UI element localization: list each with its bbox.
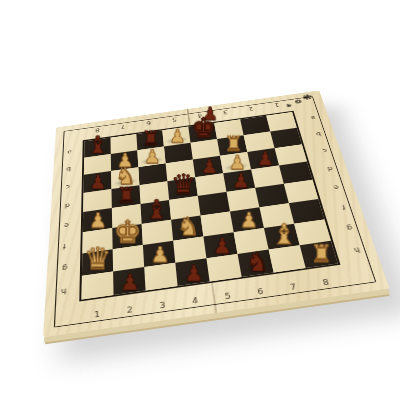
piece-glyph: ♟ (200, 157, 217, 176)
rank-label-left-d: d (65, 202, 70, 208)
file-label-bottom-7: 7 (290, 284, 297, 292)
file-label-top-6: 6 (146, 120, 151, 125)
file-label-bottom-3: 3 (159, 302, 165, 310)
file-label-top-3: 3 (222, 109, 227, 114)
piece-glyph: ♞ (177, 214, 200, 239)
file-label-bottom-4: 4 (192, 298, 199, 306)
file-label-top-7: 7 (120, 124, 125, 129)
rank-label-left-c: c (66, 183, 70, 189)
dark-king[interactable]: ♚ (188, 123, 217, 143)
square-h1[interactable] (82, 271, 114, 299)
square-d2[interactable]: ♜ (111, 185, 140, 208)
piece-glyph: ♞ (245, 249, 269, 276)
file-label-bottom-6: 6 (257, 289, 264, 297)
piece-glyph: ♟ (89, 172, 106, 191)
rank-label-right-d: d (326, 165, 333, 171)
file-label-top-2: 2 (248, 106, 253, 111)
square-h4[interactable]: ♟ (175, 258, 209, 286)
dark-queen[interactable]: ♛ (167, 177, 198, 200)
piece-glyph: ♟ (143, 147, 160, 166)
product-photo-scene: ❃ ❁ ✾ ♝♜♟♚♟♟♜♟♞♟♟♟♜♛♟♟♝♚♞♟♛♟♟♝♟♟♞♜ aabbc… (0, 0, 400, 400)
rank-label-right-h: h (353, 245, 361, 252)
piece-glyph: ♟ (239, 210, 258, 231)
flower-icon: ✾ (285, 104, 292, 109)
dark-pawn[interactable]: ♟ (193, 156, 223, 178)
square-h2[interactable]: ♟ (113, 267, 145, 295)
piece-glyph: ♜ (310, 242, 332, 266)
rank-label-left-g: g (62, 263, 68, 270)
rank-label-left-f: f (63, 242, 66, 248)
file-label-top-1: 1 (273, 102, 279, 107)
flower-icon: ❃ (302, 94, 312, 101)
square-c3[interactable] (138, 163, 167, 185)
piece-glyph: ♟ (232, 171, 250, 191)
dark-pawn[interactable]: ♟ (223, 169, 255, 191)
square-a5[interactable]: ♚ (188, 123, 217, 143)
piece-glyph: ♚ (114, 216, 142, 248)
rank-label-left-a: a (67, 149, 72, 154)
rank-label-right-a: a (310, 115, 316, 120)
square-d6[interactable]: ♟ (223, 169, 255, 191)
piece-glyph: ♜ (116, 185, 136, 207)
piece-glyph: ♟ (183, 262, 203, 284)
square-e5[interactable] (198, 192, 230, 216)
piece-glyph: ♟ (150, 244, 169, 266)
rank-label-left-h: h (61, 286, 67, 293)
rank-label-right-g: g (346, 224, 353, 231)
dark-knight[interactable]: ♞ (238, 250, 274, 277)
file-label-bottom-1: 1 (94, 312, 100, 320)
flower-icon: ❁ (293, 99, 303, 106)
piece-glyph: ♟ (212, 235, 231, 257)
board-grid: ♝♜♟♚♟♟♜♟♞♟♟♟♜♛♟♟♝♚♞♟♛♟♟♝♟♟♞♜ (79, 111, 340, 302)
piece-glyph: ♝ (271, 220, 296, 248)
square-h3[interactable] (144, 263, 177, 291)
square-d7[interactable] (251, 166, 284, 188)
floral-corner-ornament: ❃ ❁ ✾ (278, 93, 317, 111)
piece-glyph: ♟ (169, 127, 186, 145)
square-c5[interactable]: ♟ (193, 156, 223, 178)
file-label-bottom-2: 2 (127, 307, 133, 315)
piece-glyph: ♛ (84, 244, 111, 274)
dark-rook[interactable]: ♜ (111, 185, 140, 208)
piece-glyph: ♟ (256, 149, 273, 168)
rank-label-right-f: f (341, 203, 346, 209)
square-h8[interactable]: ♜ (300, 241, 338, 268)
square-d8[interactable] (279, 162, 312, 184)
rank-label-right-c: c (321, 147, 327, 152)
piece-glyph: ♛ (171, 171, 196, 199)
rank-label-left-e: e (64, 221, 69, 227)
file-label-bottom-5: 5 (225, 293, 232, 301)
square-h6[interactable]: ♞ (238, 250, 274, 277)
piece-glyph: ♝ (87, 133, 109, 157)
rank-label-left-b: b (66, 166, 71, 171)
dark-pawn[interactable]: ♟ (175, 258, 209, 286)
chess-board: ❃ ❁ ✾ ♝♜♟♚♟♟♜♟♞♟♟♟♜♛♟♟♝♚♞♟♛♟♟♝♟♟♞♜ aabbc… (43, 91, 389, 338)
file-label-top-5: 5 (171, 116, 176, 121)
piece-glyph: ♟ (88, 210, 106, 230)
light-rook[interactable]: ♜ (300, 241, 338, 268)
rank-label-right-e: e (333, 183, 340, 189)
piece-glyph: ♟ (120, 271, 140, 293)
piece-glyph: ♚ (191, 114, 216, 142)
file-label-bottom-8: 8 (322, 279, 330, 287)
dark-pawn[interactable]: ♟ (113, 267, 145, 295)
piece-glyph: ♝ (144, 196, 168, 223)
square-h5[interactable] (206, 254, 241, 282)
square-d4[interactable]: ♛ (167, 177, 198, 200)
square-d5[interactable] (195, 173, 226, 196)
rank-label-right-b: b (315, 131, 321, 136)
